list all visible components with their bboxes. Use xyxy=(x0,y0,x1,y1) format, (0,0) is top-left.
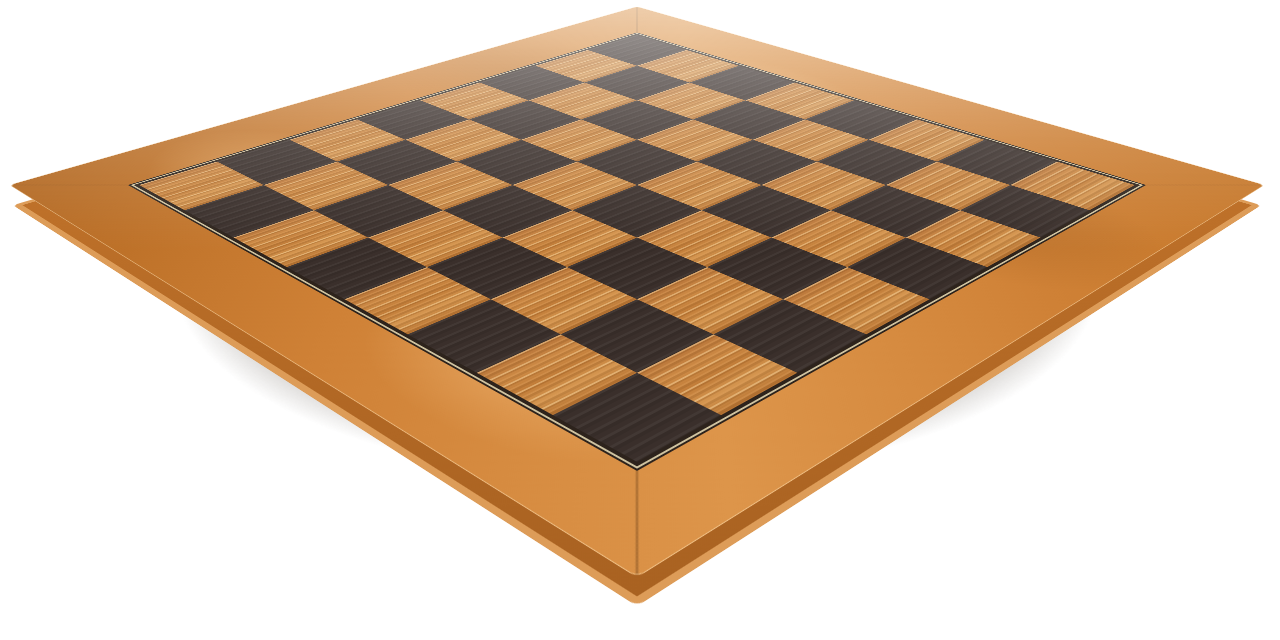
board-surface xyxy=(9,7,1265,578)
photo-scene xyxy=(0,0,1280,640)
chess-board xyxy=(9,7,1265,578)
